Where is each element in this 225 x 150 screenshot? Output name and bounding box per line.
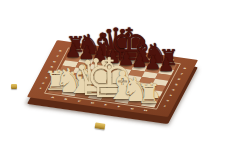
- piece-white-rook[interactable]: ♜: [137, 81, 161, 107]
- photo-stage: AABBCCDDEEFFGGHH1122334455667788 ♜♞♝♛♚♝♞…: [0, 0, 225, 150]
- brass-hinge-icon: [11, 84, 17, 89]
- pieces-layer: ♜♞♝♛♚♝♞♜♟♟♟♟♟♟♟♟♟♟♟♟♟♟♟♟♜♞♝♛♚♝♞♜: [0, 0, 225, 150]
- piece-black-pawn[interactable]: ♟: [158, 56, 175, 75]
